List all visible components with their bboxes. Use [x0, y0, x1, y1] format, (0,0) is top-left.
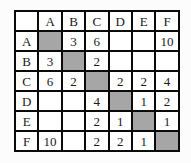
cell-E-A — [39, 112, 60, 130]
row-header-F: F — [16, 132, 37, 150]
cell-C-B: 2 — [63, 72, 84, 90]
cell-F-F — [156, 132, 177, 150]
cell-F-E: 1 — [133, 132, 154, 150]
cell-A-D — [110, 32, 131, 50]
corner-cell — [16, 12, 37, 30]
col-header-C: C — [86, 12, 107, 30]
page: A B C D E F A 3 6 10 B 3 2 C 6 2 2 2 4 D… — [0, 0, 191, 163]
cell-E-C: 2 — [86, 112, 107, 130]
cell-A-F: 10 — [156, 32, 177, 50]
cell-F-B — [63, 132, 84, 150]
col-header-E: E — [133, 12, 154, 30]
col-header-F: F — [156, 12, 177, 30]
distance-table: A B C D E F A 3 6 10 B 3 2 C 6 2 2 2 4 D… — [14, 10, 180, 152]
row-header-B: B — [16, 52, 37, 70]
cell-D-F: 2 — [156, 92, 177, 110]
cell-B-B — [63, 52, 84, 70]
cell-A-B: 3 — [63, 32, 84, 50]
cell-C-A: 6 — [39, 72, 60, 90]
col-header-A: A — [39, 12, 60, 30]
cell-D-A — [39, 92, 60, 110]
cell-C-C — [86, 72, 107, 90]
cell-C-F: 4 — [156, 72, 177, 90]
row-header-D: D — [16, 92, 37, 110]
row-header-A: A — [16, 32, 37, 50]
col-header-B: B — [63, 12, 84, 30]
cell-B-A: 3 — [39, 52, 60, 70]
cell-A-C: 6 — [86, 32, 107, 50]
cell-B-D — [110, 52, 131, 70]
cell-D-B — [63, 92, 84, 110]
cell-E-E — [133, 112, 154, 130]
cell-B-C: 2 — [86, 52, 107, 70]
cell-F-D: 2 — [110, 132, 131, 150]
cell-E-B — [63, 112, 84, 130]
row-header-C: C — [16, 72, 37, 90]
cell-D-D — [110, 92, 131, 110]
row-header-E: E — [16, 112, 37, 130]
cell-C-E: 2 — [133, 72, 154, 90]
cell-A-A — [39, 32, 60, 50]
cell-E-D: 1 — [110, 112, 131, 130]
cell-A-E — [133, 32, 154, 50]
cell-F-C: 2 — [86, 132, 107, 150]
cell-D-C: 4 — [86, 92, 107, 110]
cell-F-A: 10 — [39, 132, 60, 150]
cell-B-F — [156, 52, 177, 70]
col-header-D: D — [110, 12, 131, 30]
cell-E-F: 1 — [156, 112, 177, 130]
cell-B-E — [133, 52, 154, 70]
cell-D-E: 1 — [133, 92, 154, 110]
cell-C-D: 2 — [110, 72, 131, 90]
